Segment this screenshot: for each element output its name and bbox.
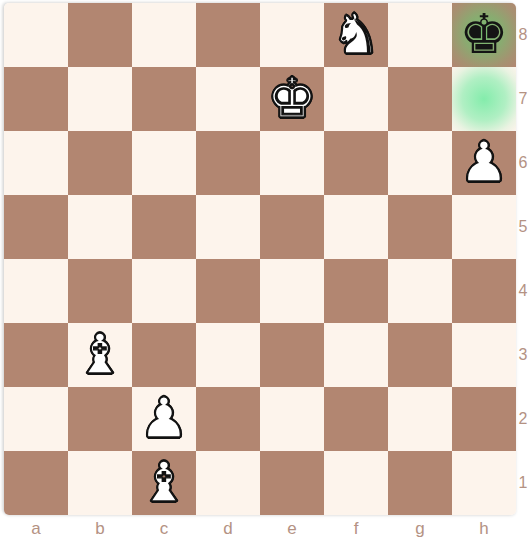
square-e6[interactable] (260, 131, 324, 195)
chess-board-page: ♞♚♚♟♝♟♝ 87654321 abcdefgh (0, 0, 530, 542)
square-h2[interactable] (452, 387, 516, 451)
file-label-a: a (4, 515, 68, 542)
square-d5[interactable] (196, 195, 260, 259)
square-b6[interactable] (68, 131, 132, 195)
white-pawn-c2[interactable]: ♟ (139, 391, 188, 446)
file-label-e: e (260, 515, 324, 542)
square-h8[interactable]: ♚ (452, 3, 516, 67)
rank-label-5: 5 (516, 195, 530, 259)
square-c4[interactable] (132, 259, 196, 323)
square-d1[interactable] (196, 451, 260, 515)
square-g4[interactable] (388, 259, 452, 323)
white-bishop-b3[interactable]: ♝ (75, 327, 124, 382)
square-e8[interactable] (260, 3, 324, 67)
square-f5[interactable] (324, 195, 388, 259)
chess-board: ♞♚♚♟♝♟♝ (4, 3, 516, 515)
file-coordinates: abcdefgh (4, 515, 516, 542)
rank-label-6: 6 (516, 131, 530, 195)
square-d4[interactable] (196, 259, 260, 323)
square-d3[interactable] (196, 323, 260, 387)
square-g6[interactable] (388, 131, 452, 195)
square-e4[interactable] (260, 259, 324, 323)
file-label-b: b (68, 515, 132, 542)
file-label-d: d (196, 515, 260, 542)
square-g7[interactable] (388, 67, 452, 131)
square-d6[interactable] (196, 131, 260, 195)
rank-label-1: 1 (516, 451, 530, 515)
white-knight-f8[interactable]: ♞ (331, 7, 380, 62)
square-a8[interactable] (4, 3, 68, 67)
square-g3[interactable] (388, 323, 452, 387)
square-c1[interactable]: ♝ (132, 451, 196, 515)
square-d7[interactable] (196, 67, 260, 131)
square-a7[interactable] (4, 67, 68, 131)
square-b4[interactable] (68, 259, 132, 323)
rank-coordinates: 87654321 (516, 3, 530, 515)
square-b5[interactable] (68, 195, 132, 259)
file-label-c: c (132, 515, 196, 542)
square-h7[interactable] (452, 67, 516, 131)
square-e2[interactable] (260, 387, 324, 451)
square-f1[interactable] (324, 451, 388, 515)
file-label-g: g (388, 515, 452, 542)
square-c6[interactable] (132, 131, 196, 195)
square-a1[interactable] (4, 451, 68, 515)
square-e7[interactable]: ♚ (260, 67, 324, 131)
square-c3[interactable] (132, 323, 196, 387)
square-b7[interactable] (68, 67, 132, 131)
square-a2[interactable] (4, 387, 68, 451)
square-h1[interactable] (452, 451, 516, 515)
white-pawn-h6[interactable]: ♟ (459, 135, 508, 190)
square-b3[interactable]: ♝ (68, 323, 132, 387)
square-e3[interactable] (260, 323, 324, 387)
white-king-e7[interactable]: ♚ (267, 71, 316, 126)
square-g8[interactable] (388, 3, 452, 67)
file-label-h: h (452, 515, 516, 542)
square-b8[interactable] (68, 3, 132, 67)
square-c7[interactable] (132, 67, 196, 131)
square-f6[interactable] (324, 131, 388, 195)
square-c5[interactable] (132, 195, 196, 259)
square-a3[interactable] (4, 323, 68, 387)
square-b1[interactable] (68, 451, 132, 515)
rank-label-7: 7 (516, 67, 530, 131)
square-a5[interactable] (4, 195, 68, 259)
square-d8[interactable] (196, 3, 260, 67)
square-h4[interactable] (452, 259, 516, 323)
square-g2[interactable] (388, 387, 452, 451)
square-e5[interactable] (260, 195, 324, 259)
rank-label-4: 4 (516, 259, 530, 323)
square-f3[interactable] (324, 323, 388, 387)
square-a4[interactable] (4, 259, 68, 323)
square-f4[interactable] (324, 259, 388, 323)
square-f2[interactable] (324, 387, 388, 451)
square-f8[interactable]: ♞ (324, 3, 388, 67)
square-f7[interactable] (324, 67, 388, 131)
square-h6[interactable]: ♟ (452, 131, 516, 195)
square-h5[interactable] (452, 195, 516, 259)
square-c2[interactable]: ♟ (132, 387, 196, 451)
square-a6[interactable] (4, 131, 68, 195)
square-g1[interactable] (388, 451, 452, 515)
white-bishop-c1[interactable]: ♝ (139, 455, 188, 510)
board-grid: ♞♚♚♟♝♟♝ (4, 3, 516, 515)
rank-label-3: 3 (516, 323, 530, 387)
square-g5[interactable] (388, 195, 452, 259)
square-d2[interactable] (196, 387, 260, 451)
square-b2[interactable] (68, 387, 132, 451)
rank-label-8: 8 (516, 3, 530, 67)
rank-label-2: 2 (516, 387, 530, 451)
square-c8[interactable] (132, 3, 196, 67)
file-label-f: f (324, 515, 388, 542)
square-h3[interactable] (452, 323, 516, 387)
black-king-h8[interactable]: ♚ (459, 7, 508, 62)
square-e1[interactable] (260, 451, 324, 515)
